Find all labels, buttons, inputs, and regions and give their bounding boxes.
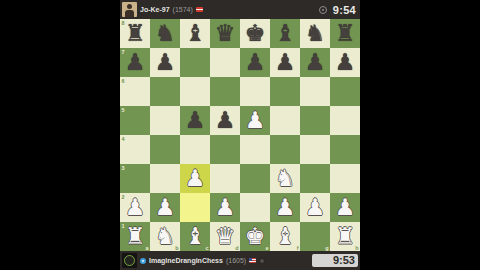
avatar-logo-ring <box>124 255 135 266</box>
rank-label-6: 6 <box>122 78 125 84</box>
piece-black-king-e8[interactable]: ♚ <box>240 19 270 48</box>
piece-white-pawn-a2[interactable]: ♟ <box>120 193 150 222</box>
square-g8[interactable]: ♞ <box>300 19 330 48</box>
piece-white-rook-h1[interactable]: ♜ <box>330 222 360 251</box>
square-d4[interactable] <box>210 135 240 164</box>
square-g5[interactable] <box>300 106 330 135</box>
square-h2[interactable]: ♟ <box>330 193 360 222</box>
square-h1[interactable]: h♜ <box>330 222 360 251</box>
piece-white-pawn-c3[interactable]: ♟ <box>180 164 210 193</box>
square-e2[interactable] <box>240 193 270 222</box>
app-screen: Jo-Ke-97 (1574) 9:54 8♜♞♝♛♚♝♞♜7♟♟♟♟♟♟65♟… <box>0 0 480 270</box>
piece-white-bishop-c1[interactable]: ♝ <box>180 222 210 251</box>
square-f2[interactable]: ♟ <box>270 193 300 222</box>
square-e8[interactable]: ♚ <box>240 19 270 48</box>
square-g7[interactable]: ♟ <box>300 48 330 77</box>
square-a3[interactable]: 3 <box>120 164 150 193</box>
square-c7[interactable] <box>180 48 210 77</box>
piece-black-knight-g8[interactable]: ♞ <box>300 19 330 48</box>
player-username[interactable]: ImagineDranginChess <box>149 257 223 264</box>
clock-icon <box>319 6 327 14</box>
square-g3[interactable] <box>300 164 330 193</box>
square-g4[interactable] <box>300 135 330 164</box>
piece-white-rook-a1[interactable]: ♜ <box>120 222 150 251</box>
flag-canton <box>249 258 252 261</box>
square-b2[interactable]: ♟ <box>150 193 180 222</box>
piece-black-pawn-g7[interactable]: ♟ <box>300 48 330 77</box>
square-c6[interactable] <box>180 77 210 106</box>
square-d8[interactable]: ♛ <box>210 19 240 48</box>
piece-black-bishop-c8[interactable]: ♝ <box>180 19 210 48</box>
square-f8[interactable]: ♝ <box>270 19 300 48</box>
piece-black-pawn-d5[interactable]: ♟ <box>210 106 240 135</box>
square-a5[interactable]: 5 <box>120 106 150 135</box>
square-f6[interactable] <box>270 77 300 106</box>
square-f7[interactable]: ♟ <box>270 48 300 77</box>
verified-badge-icon <box>140 258 146 264</box>
piece-white-king-e1[interactable]: ♚ <box>240 222 270 251</box>
piece-black-pawn-c5[interactable]: ♟ <box>180 106 210 135</box>
rank-label-4: 4 <box>122 136 125 142</box>
piece-white-pawn-e5[interactable]: ♟ <box>240 106 270 135</box>
square-c2[interactable] <box>180 193 210 222</box>
game-stage: Jo-Ke-97 (1574) 9:54 8♜♞♝♛♚♝♞♜7♟♟♟♟♟♟65♟… <box>120 0 360 270</box>
square-e7[interactable]: ♟ <box>240 48 270 77</box>
opponent-flag-icon <box>196 7 203 12</box>
opponent-clock: 9:54 <box>333 4 358 16</box>
square-b8[interactable]: ♞ <box>150 19 180 48</box>
square-a2[interactable]: 2♟ <box>120 193 150 222</box>
square-d5[interactable]: ♟ <box>210 106 240 135</box>
square-a8[interactable]: 8♜ <box>120 19 150 48</box>
square-d7[interactable] <box>210 48 240 77</box>
player-flag-icon <box>249 258 256 263</box>
piece-white-pawn-d2[interactable]: ♟ <box>210 193 240 222</box>
square-e5[interactable]: ♟ <box>240 106 270 135</box>
square-e1[interactable]: e♚ <box>240 222 270 251</box>
avatar-torso-shape <box>125 10 134 17</box>
piece-white-pawn-g2[interactable]: ♟ <box>300 193 330 222</box>
rank-label-3: 3 <box>122 165 125 171</box>
opponent-avatar[interactable] <box>122 2 137 17</box>
piece-white-knight-f3[interactable]: ♞ <box>270 164 300 193</box>
piece-black-pawn-a7[interactable]: ♟ <box>120 48 150 77</box>
square-h4[interactable] <box>330 135 360 164</box>
avatar-head-shape <box>127 4 132 9</box>
square-c1[interactable]: c♝ <box>180 222 210 251</box>
player-rating: (1605) <box>226 257 246 264</box>
square-c5[interactable]: ♟ <box>180 106 210 135</box>
square-c8[interactable]: ♝ <box>180 19 210 48</box>
clock-icon-dot <box>322 9 324 11</box>
square-c3[interactable]: ♟ <box>180 164 210 193</box>
square-a1[interactable]: 1a♜ <box>120 222 150 251</box>
piece-black-knight-b8[interactable]: ♞ <box>150 19 180 48</box>
square-b6[interactable] <box>150 77 180 106</box>
square-b7[interactable]: ♟ <box>150 48 180 77</box>
square-d2[interactable]: ♟ <box>210 193 240 222</box>
square-d1[interactable]: d♛ <box>210 222 240 251</box>
square-f1[interactable]: f♝ <box>270 222 300 251</box>
player-avatar[interactable] <box>122 253 137 268</box>
opponent-bar: Jo-Ke-97 (1574) 9:54 <box>120 0 360 19</box>
square-g6[interactable] <box>300 77 330 106</box>
piece-black-pawn-e7[interactable]: ♟ <box>240 48 270 77</box>
square-g2[interactable]: ♟ <box>300 193 330 222</box>
rank-label-5: 5 <box>122 107 125 113</box>
square-h3[interactable] <box>330 164 360 193</box>
chess-board[interactable]: 8♜♞♝♛♚♝♞♜7♟♟♟♟♟♟65♟♟♟43♟♞2♟♟♟♟♟♟1a♜b♞c♝d… <box>120 19 360 251</box>
square-e3[interactable] <box>240 164 270 193</box>
player-clock: 9:53 <box>312 254 358 267</box>
square-b1[interactable]: b♞ <box>150 222 180 251</box>
square-d3[interactable] <box>210 164 240 193</box>
square-h7[interactable]: ♟ <box>330 48 360 77</box>
square-a4[interactable]: 4 <box>120 135 150 164</box>
opponent-username[interactable]: Jo-Ke-97 <box>140 6 170 13</box>
square-g1[interactable]: g <box>300 222 330 251</box>
piece-black-pawn-f7[interactable]: ♟ <box>270 48 300 77</box>
square-c4[interactable] <box>180 135 210 164</box>
player-misc-icon <box>259 258 265 264</box>
square-e6[interactable] <box>240 77 270 106</box>
square-e4[interactable] <box>240 135 270 164</box>
square-h8[interactable]: ♜ <box>330 19 360 48</box>
square-a6[interactable]: 6 <box>120 77 150 106</box>
piece-black-rook-a8[interactable]: ♜ <box>120 19 150 48</box>
piece-white-knight-b1[interactable]: ♞ <box>150 222 180 251</box>
square-b3[interactable] <box>150 164 180 193</box>
square-d6[interactable] <box>210 77 240 106</box>
square-f3[interactable]: ♞ <box>270 164 300 193</box>
piece-black-pawn-h7[interactable]: ♟ <box>330 48 360 77</box>
piece-white-bishop-f1[interactable]: ♝ <box>270 222 300 251</box>
square-h6[interactable] <box>330 77 360 106</box>
piece-white-pawn-f2[interactable]: ♟ <box>270 193 300 222</box>
square-b5[interactable] <box>150 106 180 135</box>
piece-black-pawn-b7[interactable]: ♟ <box>150 48 180 77</box>
piece-black-rook-h8[interactable]: ♜ <box>330 19 360 48</box>
square-f4[interactable] <box>270 135 300 164</box>
piece-white-pawn-h2[interactable]: ♟ <box>330 193 360 222</box>
square-a7[interactable]: 7♟ <box>120 48 150 77</box>
piece-white-queen-d1[interactable]: ♛ <box>210 222 240 251</box>
piece-black-queen-d8[interactable]: ♛ <box>210 19 240 48</box>
square-b4[interactable] <box>150 135 180 164</box>
file-label-g: g <box>325 245 328 251</box>
opponent-rating: (1574) <box>173 6 193 13</box>
piece-black-bishop-f8[interactable]: ♝ <box>270 19 300 48</box>
piece-white-pawn-b2[interactable]: ♟ <box>150 193 180 222</box>
player-bar: ImagineDranginChess (1605) 9:53 <box>120 251 360 270</box>
square-f5[interactable] <box>270 106 300 135</box>
square-h5[interactable] <box>330 106 360 135</box>
